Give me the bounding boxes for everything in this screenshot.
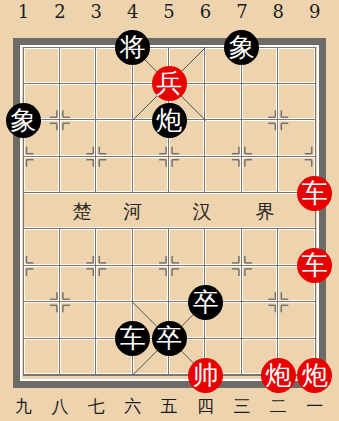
board-cell xyxy=(205,157,241,193)
piece-red-general[interactable]: 帅 xyxy=(188,358,223,393)
river-text-1: 楚 xyxy=(70,201,94,221)
file-label-bottom-4: 六 xyxy=(115,395,151,417)
board-cell xyxy=(278,302,314,338)
board-cell xyxy=(205,229,241,265)
file-label-bottom-8: 二 xyxy=(260,395,296,417)
piece-black-general[interactable]: 将 xyxy=(115,30,150,65)
board-cell xyxy=(242,84,278,120)
board-cell xyxy=(205,120,241,156)
board-cell xyxy=(60,302,96,338)
board-cell xyxy=(96,84,132,120)
file-label-bottom-7: 三 xyxy=(224,395,260,417)
board-cell xyxy=(133,229,169,265)
file-label-top-9: 9 xyxy=(297,1,333,23)
board-cell xyxy=(24,266,60,302)
board-cell xyxy=(24,229,60,265)
file-label-top-3: 3 xyxy=(78,1,114,23)
board-cell xyxy=(24,339,60,375)
board-cell xyxy=(278,48,314,84)
board-cell xyxy=(24,157,60,193)
board-cell xyxy=(60,229,96,265)
board-cell xyxy=(133,266,169,302)
file-label-top-8: 8 xyxy=(260,1,296,23)
board-cell xyxy=(242,229,278,265)
file-label-bottom-3: 七 xyxy=(78,395,114,417)
file-label-bottom-1: 九 xyxy=(6,395,42,417)
board-cell xyxy=(24,48,60,84)
board-cell xyxy=(24,193,60,229)
board-cell xyxy=(242,157,278,193)
board-cell xyxy=(242,302,278,338)
piece-black-elephant[interactable]: 象 xyxy=(224,30,259,65)
board-cell xyxy=(24,302,60,338)
file-label-bottom-5: 五 xyxy=(151,395,187,417)
board-cell xyxy=(169,157,205,193)
file-label-top-6: 6 xyxy=(188,1,224,23)
piece-black-soldier[interactable]: 卒 xyxy=(188,285,223,320)
board-cell xyxy=(60,84,96,120)
board-cell xyxy=(169,229,205,265)
piece-black-soldier[interactable]: 卒 xyxy=(152,321,187,356)
board-cell xyxy=(96,266,132,302)
board-cell xyxy=(60,120,96,156)
river-text-3: 汉 xyxy=(190,201,214,221)
file-label-top-1: 1 xyxy=(6,1,42,23)
file-label-bottom-6: 四 xyxy=(188,395,224,417)
board-cell xyxy=(205,84,241,120)
board-cell xyxy=(133,157,169,193)
piece-red-soldier[interactable]: 兵 xyxy=(152,66,187,101)
piece-red-chariot[interactable]: 车 xyxy=(297,176,332,211)
piece-black-chariot[interactable]: 车 xyxy=(115,321,150,356)
board-cell xyxy=(96,229,132,265)
piece-red-cannon[interactable]: 炮 xyxy=(297,358,332,393)
board-cell xyxy=(242,266,278,302)
file-label-top-4: 4 xyxy=(115,1,151,23)
file-label-bottom-9: 一 xyxy=(297,395,333,417)
river-text-2: 河 xyxy=(121,201,145,221)
piece-black-cannon[interactable]: 炮 xyxy=(152,103,187,138)
piece-black-elephant[interactable]: 象 xyxy=(6,103,41,138)
board-cell xyxy=(60,48,96,84)
file-label-top-7: 7 xyxy=(224,1,260,23)
xiangqi-board-diagram: 123456789九八七六五四三二一楚河汉界将象兵象炮车车卒车卒帅炮炮 xyxy=(0,0,339,421)
piece-red-cannon[interactable]: 炮 xyxy=(261,358,296,393)
board-cell xyxy=(278,84,314,120)
piece-red-chariot[interactable]: 车 xyxy=(297,248,332,283)
board-cell xyxy=(60,339,96,375)
board-cell xyxy=(242,120,278,156)
board-cell xyxy=(60,266,96,302)
board-cell xyxy=(96,120,132,156)
file-label-top-2: 2 xyxy=(42,1,78,23)
file-label-top-5: 5 xyxy=(151,1,187,23)
board-cell xyxy=(60,157,96,193)
river-text-4: 界 xyxy=(253,201,277,221)
board-cell xyxy=(96,157,132,193)
file-label-bottom-2: 八 xyxy=(42,395,78,417)
board-cell xyxy=(278,120,314,156)
